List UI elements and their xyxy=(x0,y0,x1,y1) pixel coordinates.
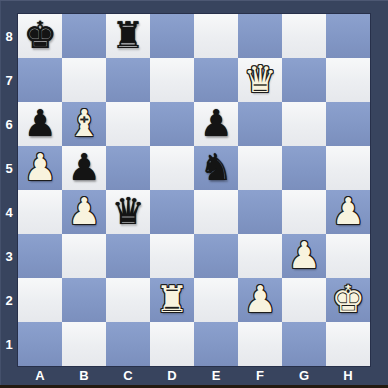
square-e7[interactable] xyxy=(194,58,238,102)
square-c8[interactable]: ♜ xyxy=(106,14,150,58)
rank-label-5: 5 xyxy=(0,146,18,190)
square-c5[interactable] xyxy=(106,146,150,190)
square-a8[interactable]: ♚ xyxy=(18,14,62,58)
square-g1[interactable] xyxy=(282,322,326,366)
square-b5[interactable]: ♟ xyxy=(62,146,106,190)
square-h4[interactable]: ♟ xyxy=(326,190,370,234)
piece-white-pawn[interactable]: ♟ xyxy=(18,146,62,190)
square-f1[interactable] xyxy=(238,322,282,366)
square-d1[interactable] xyxy=(150,322,194,366)
file-label-a: A xyxy=(18,366,62,385)
square-f6[interactable] xyxy=(238,102,282,146)
square-b2[interactable] xyxy=(62,278,106,322)
square-e5[interactable]: ♞ xyxy=(194,146,238,190)
file-label-f: F xyxy=(238,366,282,385)
square-d6[interactable] xyxy=(150,102,194,146)
piece-white-pawn[interactable]: ♟ xyxy=(326,190,370,234)
square-g8[interactable] xyxy=(282,14,326,58)
file-label-g: G xyxy=(282,366,326,385)
square-d3[interactable] xyxy=(150,234,194,278)
square-d7[interactable] xyxy=(150,58,194,102)
square-d2[interactable]: ♜ xyxy=(150,278,194,322)
file-label-b: B xyxy=(62,366,106,385)
square-a5[interactable]: ♟ xyxy=(18,146,62,190)
square-c2[interactable] xyxy=(106,278,150,322)
square-c3[interactable] xyxy=(106,234,150,278)
square-b8[interactable] xyxy=(62,14,106,58)
piece-black-knight[interactable]: ♞ xyxy=(194,146,238,190)
square-d5[interactable] xyxy=(150,146,194,190)
square-e6[interactable]: ♟ xyxy=(194,102,238,146)
piece-white-queen[interactable]: ♛ xyxy=(238,58,282,102)
square-h3[interactable] xyxy=(326,234,370,278)
piece-black-pawn[interactable]: ♟ xyxy=(18,102,62,146)
piece-black-pawn[interactable]: ♟ xyxy=(62,146,106,190)
square-a4[interactable] xyxy=(18,190,62,234)
piece-black-pawn[interactable]: ♟ xyxy=(194,102,238,146)
square-e8[interactable] xyxy=(194,14,238,58)
rank-label-8: 8 xyxy=(0,14,18,58)
piece-white-bishop[interactable]: ♝ xyxy=(62,102,106,146)
square-f3[interactable] xyxy=(238,234,282,278)
square-f4[interactable] xyxy=(238,190,282,234)
piece-white-king[interactable]: ♚ xyxy=(326,278,370,322)
file-label-c: C xyxy=(106,366,150,385)
square-a3[interactable] xyxy=(18,234,62,278)
square-b1[interactable] xyxy=(62,322,106,366)
piece-white-pawn[interactable]: ♟ xyxy=(282,234,326,278)
square-f2[interactable]: ♟ xyxy=(238,278,282,322)
rank-label-3: 3 xyxy=(0,234,18,278)
square-f7[interactable]: ♛ xyxy=(238,58,282,102)
square-a1[interactable] xyxy=(18,322,62,366)
square-h8[interactable] xyxy=(326,14,370,58)
square-f8[interactable] xyxy=(238,14,282,58)
square-e1[interactable] xyxy=(194,322,238,366)
square-e2[interactable] xyxy=(194,278,238,322)
piece-white-pawn[interactable]: ♟ xyxy=(62,190,106,234)
square-c4[interactable]: ♛ xyxy=(106,190,150,234)
square-g6[interactable] xyxy=(282,102,326,146)
square-b7[interactable] xyxy=(62,58,106,102)
square-a2[interactable] xyxy=(18,278,62,322)
square-b4[interactable]: ♟ xyxy=(62,190,106,234)
chess-diagram: ♚♜♛♟♝♟♟♟♞♟♛♟♟♜♟♚ 87654321 ABCDEFGH xyxy=(0,0,388,388)
piece-black-king[interactable]: ♚ xyxy=(18,14,62,58)
piece-black-rook[interactable]: ♜ xyxy=(106,14,150,58)
rank-label-7: 7 xyxy=(0,58,18,102)
square-e4[interactable] xyxy=(194,190,238,234)
square-g5[interactable] xyxy=(282,146,326,190)
rank-label-4: 4 xyxy=(0,190,18,234)
square-c1[interactable] xyxy=(106,322,150,366)
file-label-h: H xyxy=(326,366,370,385)
square-b6[interactable]: ♝ xyxy=(62,102,106,146)
rank-label-6: 6 xyxy=(0,102,18,146)
rank-label-1: 1 xyxy=(0,322,18,366)
rank-label-2: 2 xyxy=(0,278,18,322)
square-e3[interactable] xyxy=(194,234,238,278)
file-label-e: E xyxy=(194,366,238,385)
piece-white-pawn[interactable]: ♟ xyxy=(238,278,282,322)
square-a6[interactable]: ♟ xyxy=(18,102,62,146)
piece-black-queen[interactable]: ♛ xyxy=(106,190,150,234)
file-labels: ABCDEFGH xyxy=(18,366,370,385)
square-h2[interactable]: ♚ xyxy=(326,278,370,322)
square-c7[interactable] xyxy=(106,58,150,102)
square-g2[interactable] xyxy=(282,278,326,322)
square-c6[interactable] xyxy=(106,102,150,146)
square-a7[interactable] xyxy=(18,58,62,102)
square-h5[interactable] xyxy=(326,146,370,190)
square-d4[interactable] xyxy=(150,190,194,234)
piece-white-rook[interactable]: ♜ xyxy=(150,278,194,322)
square-h6[interactable] xyxy=(326,102,370,146)
square-d8[interactable] xyxy=(150,14,194,58)
rank-labels: 87654321 xyxy=(0,14,18,366)
chess-board: ♚♜♛♟♝♟♟♟♞♟♛♟♟♜♟♚ xyxy=(18,14,370,366)
square-f5[interactable] xyxy=(238,146,282,190)
square-g4[interactable] xyxy=(282,190,326,234)
square-g3[interactable]: ♟ xyxy=(282,234,326,278)
square-b3[interactable] xyxy=(62,234,106,278)
square-g7[interactable] xyxy=(282,58,326,102)
square-h7[interactable] xyxy=(326,58,370,102)
square-h1[interactable] xyxy=(326,322,370,366)
file-label-d: D xyxy=(150,366,194,385)
